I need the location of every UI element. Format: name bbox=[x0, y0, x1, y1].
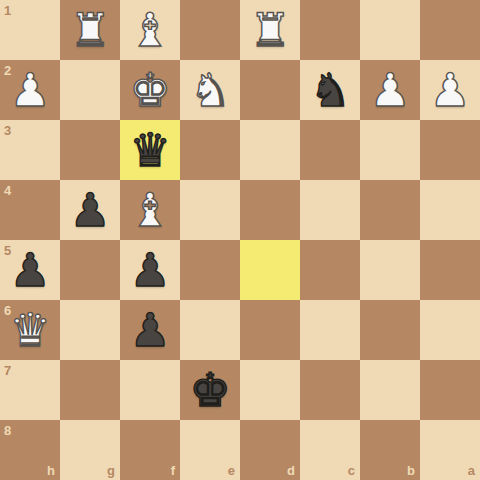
square-c8[interactable]: c bbox=[300, 420, 360, 480]
square-g1[interactable]: ♜ bbox=[60, 0, 120, 60]
square-d1[interactable]: ♜ bbox=[240, 0, 300, 60]
square-b3[interactable] bbox=[360, 120, 420, 180]
square-c5[interactable] bbox=[300, 240, 360, 300]
white-king[interactable]: ♚ bbox=[129, 67, 170, 113]
chess-board: 1♜♝♜2♟♚♞♞♟♟3♛4♟♝5♟♟6♛♟7♚8hgfedcba bbox=[0, 0, 480, 480]
square-f1[interactable]: ♝ bbox=[120, 0, 180, 60]
square-h3[interactable]: 3 bbox=[0, 120, 60, 180]
square-a4[interactable] bbox=[420, 180, 480, 240]
square-a5[interactable] bbox=[420, 240, 480, 300]
square-a8[interactable]: a bbox=[420, 420, 480, 480]
square-h5[interactable]: 5♟ bbox=[0, 240, 60, 300]
square-c6[interactable] bbox=[300, 300, 360, 360]
square-c1[interactable] bbox=[300, 0, 360, 60]
black-pawn[interactable]: ♟ bbox=[129, 247, 170, 293]
file-label-f: f bbox=[171, 463, 175, 478]
square-c4[interactable] bbox=[300, 180, 360, 240]
rank-label-4: 4 bbox=[4, 183, 11, 198]
square-e2[interactable]: ♞ bbox=[180, 60, 240, 120]
square-d4[interactable] bbox=[240, 180, 300, 240]
square-h1[interactable]: 1 bbox=[0, 0, 60, 60]
square-g7[interactable] bbox=[60, 360, 120, 420]
file-label-h: h bbox=[47, 463, 55, 478]
white-pawn[interactable]: ♟ bbox=[369, 67, 410, 113]
square-d8[interactable]: d bbox=[240, 420, 300, 480]
square-h8[interactable]: 8h bbox=[0, 420, 60, 480]
square-a1[interactable] bbox=[420, 0, 480, 60]
chess-app: 1♜♝♜2♟♚♞♞♟♟3♛4♟♝5♟♟6♛♟7♚8hgfedcba bbox=[0, 0, 480, 480]
file-label-c: c bbox=[348, 463, 355, 478]
square-h2[interactable]: 2♟ bbox=[0, 60, 60, 120]
square-d5[interactable] bbox=[240, 240, 300, 300]
white-knight[interactable]: ♞ bbox=[189, 67, 230, 113]
square-a6[interactable] bbox=[420, 300, 480, 360]
black-knight[interactable]: ♞ bbox=[309, 67, 350, 113]
square-b4[interactable] bbox=[360, 180, 420, 240]
square-f7[interactable] bbox=[120, 360, 180, 420]
white-rook[interactable]: ♜ bbox=[69, 7, 110, 53]
white-queen[interactable]: ♛ bbox=[9, 307, 50, 353]
white-rook[interactable]: ♜ bbox=[249, 7, 290, 53]
square-c2[interactable]: ♞ bbox=[300, 60, 360, 120]
square-e6[interactable] bbox=[180, 300, 240, 360]
square-g3[interactable] bbox=[60, 120, 120, 180]
square-b6[interactable] bbox=[360, 300, 420, 360]
square-f8[interactable]: f bbox=[120, 420, 180, 480]
file-label-e: e bbox=[228, 463, 235, 478]
square-b5[interactable] bbox=[360, 240, 420, 300]
square-b2[interactable]: ♟ bbox=[360, 60, 420, 120]
square-b8[interactable]: b bbox=[360, 420, 420, 480]
black-pawn[interactable]: ♟ bbox=[9, 247, 50, 293]
rank-label-7: 7 bbox=[4, 363, 11, 378]
rank-label-6: 6 bbox=[4, 303, 11, 318]
square-d2[interactable] bbox=[240, 60, 300, 120]
square-e1[interactable] bbox=[180, 0, 240, 60]
square-f6[interactable]: ♟ bbox=[120, 300, 180, 360]
square-c7[interactable] bbox=[300, 360, 360, 420]
black-king[interactable]: ♚ bbox=[189, 367, 230, 413]
square-g8[interactable]: g bbox=[60, 420, 120, 480]
square-g2[interactable] bbox=[60, 60, 120, 120]
file-label-b: b bbox=[407, 463, 415, 478]
square-f4[interactable]: ♝ bbox=[120, 180, 180, 240]
square-b1[interactable] bbox=[360, 0, 420, 60]
rank-label-8: 8 bbox=[4, 423, 11, 438]
square-e3[interactable] bbox=[180, 120, 240, 180]
square-a2[interactable]: ♟ bbox=[420, 60, 480, 120]
square-e4[interactable] bbox=[180, 180, 240, 240]
black-queen[interactable]: ♛ bbox=[129, 127, 170, 173]
file-label-a: a bbox=[468, 463, 475, 478]
square-d6[interactable] bbox=[240, 300, 300, 360]
white-bishop[interactable]: ♝ bbox=[129, 187, 170, 233]
square-e5[interactable] bbox=[180, 240, 240, 300]
white-pawn[interactable]: ♟ bbox=[429, 67, 470, 113]
square-f3[interactable]: ♛ bbox=[120, 120, 180, 180]
square-d3[interactable] bbox=[240, 120, 300, 180]
black-pawn[interactable]: ♟ bbox=[129, 307, 170, 353]
rank-label-3: 3 bbox=[4, 123, 11, 138]
rank-label-2: 2 bbox=[4, 63, 11, 78]
rank-label-5: 5 bbox=[4, 243, 11, 258]
rank-label-1: 1 bbox=[4, 3, 11, 18]
square-g6[interactable] bbox=[60, 300, 120, 360]
square-f2[interactable]: ♚ bbox=[120, 60, 180, 120]
square-e7[interactable]: ♚ bbox=[180, 360, 240, 420]
white-pawn[interactable]: ♟ bbox=[9, 67, 50, 113]
square-e8[interactable]: e bbox=[180, 420, 240, 480]
file-label-g: g bbox=[107, 463, 115, 478]
square-a7[interactable] bbox=[420, 360, 480, 420]
black-pawn[interactable]: ♟ bbox=[69, 187, 110, 233]
square-h6[interactable]: 6♛ bbox=[0, 300, 60, 360]
square-h4[interactable]: 4 bbox=[0, 180, 60, 240]
square-a3[interactable] bbox=[420, 120, 480, 180]
white-bishop[interactable]: ♝ bbox=[129, 7, 170, 53]
square-f5[interactable]: ♟ bbox=[120, 240, 180, 300]
square-g5[interactable] bbox=[60, 240, 120, 300]
square-b7[interactable] bbox=[360, 360, 420, 420]
file-label-d: d bbox=[287, 463, 295, 478]
square-g4[interactable]: ♟ bbox=[60, 180, 120, 240]
square-c3[interactable] bbox=[300, 120, 360, 180]
square-h7[interactable]: 7 bbox=[0, 360, 60, 420]
square-d7[interactable] bbox=[240, 360, 300, 420]
